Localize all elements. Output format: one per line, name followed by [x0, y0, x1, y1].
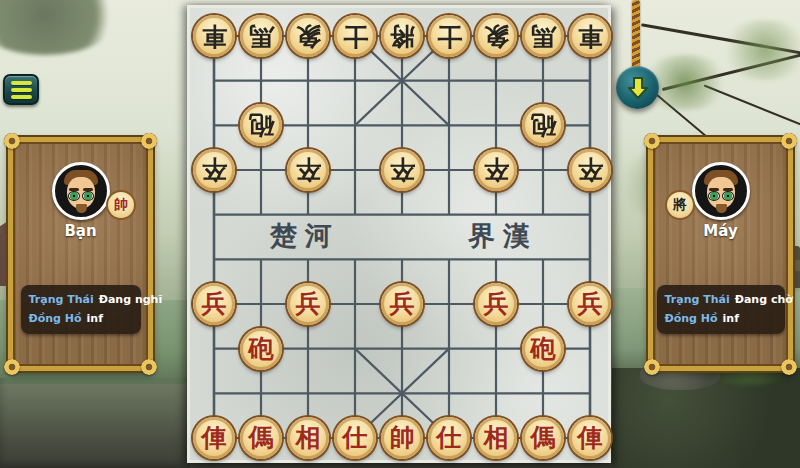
black-piece[interactable]: 卒: [475, 149, 517, 191]
status-value: Đang nghĩ: [99, 290, 162, 309]
clock-label: Đồng Hồ: [665, 309, 718, 328]
piece-glyph: 帥: [390, 425, 415, 450]
red-piece[interactable]: 砲: [522, 328, 564, 370]
tree-foliage-left: [0, 0, 120, 55]
river-label-left: 楚河: [250, 218, 360, 254]
piece-glyph: 卒: [296, 157, 321, 182]
game-screen: 楚河 界漢 車馬象士將士象馬車砲砲卒卒卒卒卒兵兵兵兵兵砲砲俥傌相仕帥仕相傌俥 帥…: [0, 0, 800, 468]
piece-glyph: 俥: [578, 425, 603, 450]
red-piece[interactable]: 兵: [475, 283, 517, 325]
hanging-rope: [632, 0, 640, 72]
corner-ornament-icon: [4, 359, 20, 375]
black-piece[interactable]: 卒: [569, 149, 611, 191]
red-piece[interactable]: 仕: [334, 417, 376, 459]
tree-branch-icon: [704, 84, 800, 127]
red-piece[interactable]: 仕: [428, 417, 470, 459]
piece-glyph: 傌: [249, 425, 274, 450]
corner-ornament-icon: [644, 133, 660, 149]
piece-glyph: 卒: [578, 157, 603, 182]
player-panel-right: 將 Máy Trạng Thái Đang chờ Đồng Hồ inf: [648, 137, 793, 371]
status-box: Trạng Thái Đang nghĩ Đồng Hồ inf: [21, 285, 141, 334]
status-box: Trạng Thái Đang chờ Đồng Hồ inf: [657, 285, 785, 334]
black-piece[interactable]: 士: [428, 15, 470, 57]
corner-ornament-icon: [781, 359, 797, 375]
piece-glyph: 傌: [531, 425, 556, 450]
xiangqi-board[interactable]: 楚河 界漢 車馬象士將士象馬車砲砲卒卒卒卒卒兵兵兵兵兵砲砲俥傌相仕帥仕相傌俥: [187, 5, 611, 463]
piece-glyph: 仕: [343, 425, 368, 450]
player-name: Máy: [653, 222, 788, 240]
tree-foliage-right: [720, 20, 800, 80]
status-label: Trạng Thái: [665, 290, 730, 309]
piece-glyph: 兵: [202, 291, 227, 316]
clock-value: inf: [723, 309, 739, 328]
avatar-eye: [82, 191, 94, 201]
avatar: [692, 162, 750, 220]
corner-ornament-icon: [141, 359, 157, 375]
red-piece[interactable]: 兵: [287, 283, 329, 325]
red-general-badge: 帥: [108, 192, 134, 218]
piece-glyph: 士: [437, 24, 462, 49]
clock-value: inf: [87, 309, 103, 328]
piece-glyph: 俥: [202, 425, 227, 450]
piece-glyph: 相: [296, 425, 321, 450]
black-piece[interactable]: 卒: [381, 149, 423, 191]
avatar-eye: [708, 191, 720, 201]
clock-label: Đồng Hồ: [29, 309, 82, 328]
red-piece[interactable]: 砲: [240, 328, 282, 370]
avatar-eye: [68, 191, 80, 201]
piece-glyph: 士: [343, 24, 368, 49]
piece-glyph: 仕: [437, 425, 462, 450]
piece-glyph: 卒: [484, 157, 509, 182]
player-panel-left: 帥 Bạn Trạng Thái Đang nghĩ Đồng Hồ inf: [8, 137, 153, 371]
piece-glyph: 象: [484, 24, 509, 49]
piece-glyph: 馬: [249, 24, 274, 49]
river-label-right: 界漢: [448, 218, 558, 254]
avatar-goatee: [76, 204, 87, 213]
stone-pavement: [0, 378, 190, 468]
status-value: Đang chờ: [735, 290, 793, 309]
piece-glyph: 車: [578, 24, 603, 49]
player-name: Bạn: [13, 222, 148, 240]
black-piece[interactable]: 將: [381, 15, 423, 57]
black-piece[interactable]: 車: [193, 15, 235, 57]
piece-glyph: 砲: [249, 336, 274, 361]
red-piece[interactable]: 俥: [193, 417, 235, 459]
piece-glyph: 卒: [202, 157, 227, 182]
collapse-button[interactable]: [616, 66, 659, 109]
black-general-badge: 將: [667, 192, 693, 218]
piece-glyph: 將: [390, 24, 415, 49]
piece-glyph: 象: [296, 24, 321, 49]
status-label: Trạng Thái: [29, 290, 94, 309]
black-piece[interactable]: 象: [475, 15, 517, 57]
menu-button[interactable]: [3, 74, 39, 105]
piece-glyph: 相: [484, 425, 509, 450]
black-piece[interactable]: 象: [287, 15, 329, 57]
piece-glyph: 兵: [296, 291, 321, 316]
red-piece[interactable]: 兵: [381, 283, 423, 325]
tree-branch-icon: [662, 52, 800, 91]
avatar-eye: [722, 191, 734, 201]
black-piece[interactable]: 馬: [522, 15, 564, 57]
piece-glyph: 車: [202, 24, 227, 49]
corner-ornament-icon: [781, 133, 797, 149]
red-piece[interactable]: 帥: [381, 417, 423, 459]
piece-glyph: 兵: [484, 291, 509, 316]
corner-ornament-icon: [4, 133, 20, 149]
red-piece[interactable]: 兵: [569, 283, 611, 325]
red-piece[interactable]: 兵: [193, 283, 235, 325]
black-piece[interactable]: 卒: [193, 149, 235, 191]
hamburger-icon: [11, 81, 32, 99]
down-arrow-icon: [627, 76, 649, 100]
piece-glyph: 砲: [249, 113, 274, 138]
corner-ornament-icon: [644, 359, 660, 375]
avatar-goatee: [716, 204, 727, 213]
red-piece[interactable]: 傌: [240, 417, 282, 459]
piece-glyph: 卒: [390, 157, 415, 182]
piece-glyph: 砲: [531, 336, 556, 361]
red-piece[interactable]: 相: [475, 417, 517, 459]
tree-branch-icon: [641, 23, 800, 55]
piece-glyph: 馬: [531, 24, 556, 49]
piece-glyph: 兵: [390, 291, 415, 316]
black-piece[interactable]: 馬: [240, 15, 282, 57]
piece-glyph: 砲: [531, 113, 556, 138]
shore-plants: [612, 368, 800, 468]
red-piece[interactable]: 俥: [569, 417, 611, 459]
red-piece[interactable]: 傌: [522, 417, 564, 459]
corner-ornament-icon: [141, 133, 157, 149]
black-piece[interactable]: 卒: [287, 149, 329, 191]
piece-glyph: 兵: [578, 291, 603, 316]
avatar: [52, 162, 110, 220]
red-piece[interactable]: 相: [287, 417, 329, 459]
black-piece[interactable]: 車: [569, 15, 611, 57]
black-piece[interactable]: 士: [334, 15, 376, 57]
